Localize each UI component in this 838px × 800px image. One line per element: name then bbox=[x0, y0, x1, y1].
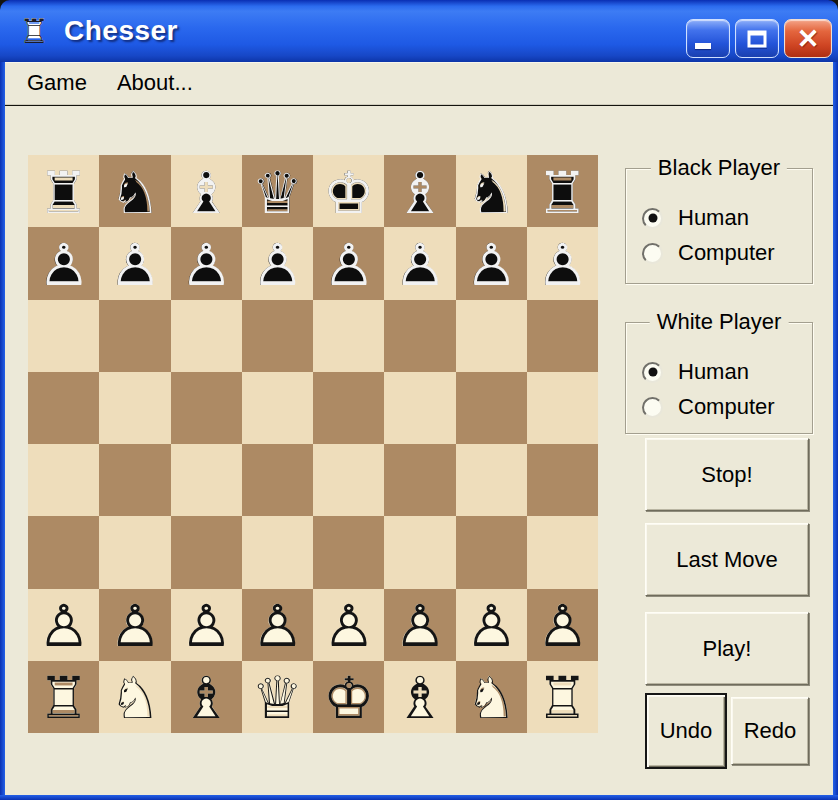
white-player-computer-radio[interactable]: Computer bbox=[642, 395, 775, 419]
square-h2[interactable]: ♟♙ bbox=[527, 589, 598, 661]
square-e5[interactable] bbox=[313, 372, 384, 444]
window-title: Chesser bbox=[64, 15, 178, 47]
square-a6[interactable] bbox=[28, 300, 99, 372]
square-f7[interactable]: ♟♙ bbox=[384, 227, 455, 299]
square-e8[interactable]: ♚♔ bbox=[313, 155, 384, 227]
square-h7[interactable]: ♟♙ bbox=[527, 227, 598, 299]
square-b1[interactable]: ♞♘ bbox=[99, 661, 170, 733]
white-pawn: ♟♙ bbox=[242, 589, 313, 661]
square-g4[interactable] bbox=[456, 444, 527, 516]
square-e6[interactable] bbox=[313, 300, 384, 372]
black-pawn: ♟♙ bbox=[99, 227, 170, 299]
white-player-computer-label: Computer bbox=[678, 394, 775, 420]
white-pawn: ♟♙ bbox=[527, 589, 598, 661]
window-border-left bbox=[0, 62, 5, 800]
black-pawn: ♟♙ bbox=[527, 227, 598, 299]
minimize-button[interactable] bbox=[686, 19, 730, 58]
white-player-group-title: White Player bbox=[650, 309, 789, 335]
close-icon: ✕ bbox=[785, 20, 831, 57]
square-d8[interactable]: ♛♕ bbox=[242, 155, 313, 227]
square-f2[interactable]: ♟♙ bbox=[384, 589, 455, 661]
black-bishop: ♝♗ bbox=[384, 155, 455, 227]
square-b8[interactable]: ♞♘ bbox=[99, 155, 170, 227]
radio-icon bbox=[642, 208, 663, 229]
square-g2[interactable]: ♟♙ bbox=[456, 589, 527, 661]
black-knight: ♞♘ bbox=[456, 155, 527, 227]
square-g5[interactable] bbox=[456, 372, 527, 444]
white-player-group: White Player Human Computer bbox=[625, 322, 813, 434]
black-pawn: ♟♙ bbox=[28, 227, 99, 299]
square-f3[interactable] bbox=[384, 516, 455, 588]
square-c6[interactable] bbox=[171, 300, 242, 372]
square-d5[interactable] bbox=[242, 372, 313, 444]
square-c1[interactable]: ♝♗ bbox=[171, 661, 242, 733]
square-g8[interactable]: ♞♘ bbox=[456, 155, 527, 227]
square-a5[interactable] bbox=[28, 372, 99, 444]
white-bishop: ♝♗ bbox=[171, 661, 242, 733]
white-player-human-label: Human bbox=[678, 359, 749, 385]
square-d2[interactable]: ♟♙ bbox=[242, 589, 313, 661]
white-pawn: ♟♙ bbox=[384, 589, 455, 661]
stop-button[interactable]: Stop! bbox=[645, 438, 809, 511]
white-pawn: ♟♙ bbox=[99, 589, 170, 661]
square-b2[interactable]: ♟♙ bbox=[99, 589, 170, 661]
black-rook: ♜♖ bbox=[527, 155, 598, 227]
window-border-bottom bbox=[0, 795, 838, 800]
square-b4[interactable] bbox=[99, 444, 170, 516]
black-player-computer-label: Computer bbox=[678, 240, 775, 266]
square-c2[interactable]: ♟♙ bbox=[171, 589, 242, 661]
square-a7[interactable]: ♟♙ bbox=[28, 227, 99, 299]
white-pawn: ♟♙ bbox=[456, 589, 527, 661]
chess-board: ♜♖♞♘♝♗♛♕♚♔♝♗♞♘♜♖♟♙♟♙♟♙♟♙♟♙♟♙♟♙♟♙♟♙♟♙♟♙♟♙… bbox=[28, 155, 598, 733]
black-knight: ♞♘ bbox=[99, 155, 170, 227]
radio-icon bbox=[642, 397, 663, 418]
window-controls: ✕ bbox=[686, 19, 832, 58]
square-h5[interactable] bbox=[527, 372, 598, 444]
square-c4[interactable] bbox=[171, 444, 242, 516]
square-e4[interactable] bbox=[313, 444, 384, 516]
square-f5[interactable] bbox=[384, 372, 455, 444]
square-h8[interactable]: ♜♖ bbox=[527, 155, 598, 227]
square-f1[interactable]: ♝♗ bbox=[384, 661, 455, 733]
square-a4[interactable] bbox=[28, 444, 99, 516]
square-d4[interactable] bbox=[242, 444, 313, 516]
client-area: ♜♖♞♘♝♗♛♕♚♔♝♗♞♘♜♖♟♙♟♙♟♙♟♙♟♙♟♙♟♙♟♙♟♙♟♙♟♙♟♙… bbox=[5, 106, 833, 795]
minimize-icon bbox=[695, 43, 711, 49]
maximize-button[interactable] bbox=[735, 19, 779, 58]
black-player-human-label: Human bbox=[678, 205, 749, 231]
square-e2[interactable]: ♟♙ bbox=[313, 589, 384, 661]
square-g7[interactable]: ♟♙ bbox=[456, 227, 527, 299]
white-pawn: ♟♙ bbox=[28, 589, 99, 661]
square-g1[interactable]: ♞♘ bbox=[456, 661, 527, 733]
white-player-human-radio[interactable]: Human bbox=[642, 360, 749, 384]
white-rook: ♜♖ bbox=[28, 661, 99, 733]
square-c5[interactable] bbox=[171, 372, 242, 444]
square-b7[interactable]: ♟♙ bbox=[99, 227, 170, 299]
white-knight: ♞♘ bbox=[456, 661, 527, 733]
square-d1[interactable]: ♛♕ bbox=[242, 661, 313, 733]
white-pawn: ♟♙ bbox=[171, 589, 242, 661]
black-pawn: ♟♙ bbox=[242, 227, 313, 299]
title-bar: ♜ ♖ Chesser ✕ bbox=[0, 0, 838, 62]
close-button[interactable]: ✕ bbox=[784, 19, 832, 58]
square-h1[interactable]: ♜♖ bbox=[527, 661, 598, 733]
square-g6[interactable] bbox=[456, 300, 527, 372]
square-d7[interactable]: ♟♙ bbox=[242, 227, 313, 299]
white-queen: ♛♕ bbox=[242, 661, 313, 733]
square-c8[interactable]: ♝♗ bbox=[171, 155, 242, 227]
square-c3[interactable] bbox=[171, 516, 242, 588]
black-player-group: Black Player Human Computer bbox=[625, 168, 813, 284]
black-player-human-radio[interactable]: Human bbox=[642, 206, 749, 230]
black-pawn: ♟♙ bbox=[313, 227, 384, 299]
square-b5[interactable] bbox=[99, 372, 170, 444]
last-move-button[interactable]: Last Move bbox=[645, 523, 809, 596]
white-king: ♚♔ bbox=[313, 661, 384, 733]
square-a2[interactable]: ♟♙ bbox=[28, 589, 99, 661]
black-player-group-title: Black Player bbox=[651, 155, 787, 181]
menu-bar: Game About... bbox=[5, 62, 833, 105]
radio-icon bbox=[642, 362, 663, 383]
square-b3[interactable] bbox=[99, 516, 170, 588]
square-h4[interactable] bbox=[527, 444, 598, 516]
square-d3[interactable] bbox=[242, 516, 313, 588]
black-king: ♚♔ bbox=[313, 155, 384, 227]
square-b6[interactable] bbox=[99, 300, 170, 372]
square-e1[interactable]: ♚♔ bbox=[313, 661, 384, 733]
black-bishop: ♝♗ bbox=[171, 155, 242, 227]
square-a1[interactable]: ♜♖ bbox=[28, 661, 99, 733]
square-a8[interactable]: ♜♖ bbox=[28, 155, 99, 227]
window-border-right bbox=[833, 62, 838, 800]
undo-button[interactable]: Undo bbox=[645, 693, 727, 769]
app-icon-rook: ♜ ♖ bbox=[16, 12, 52, 50]
square-f8[interactable]: ♝♗ bbox=[384, 155, 455, 227]
play-button[interactable]: Play! bbox=[645, 612, 809, 685]
square-f6[interactable] bbox=[384, 300, 455, 372]
white-rook: ♜♖ bbox=[527, 661, 598, 733]
menu-about[interactable]: About... bbox=[105, 67, 205, 99]
maximize-icon bbox=[748, 30, 767, 47]
black-pawn: ♟♙ bbox=[384, 227, 455, 299]
redo-button[interactable]: Redo bbox=[731, 697, 809, 765]
square-e7[interactable]: ♟♙ bbox=[313, 227, 384, 299]
white-bishop: ♝♗ bbox=[384, 661, 455, 733]
white-knight: ♞♘ bbox=[99, 661, 170, 733]
black-queen: ♛♕ bbox=[242, 155, 313, 227]
black-player-computer-radio[interactable]: Computer bbox=[642, 241, 775, 265]
black-pawn: ♟♙ bbox=[456, 227, 527, 299]
square-h3[interactable] bbox=[527, 516, 598, 588]
menu-game[interactable]: Game bbox=[15, 67, 99, 99]
square-g3[interactable] bbox=[456, 516, 527, 588]
black-rook: ♜♖ bbox=[28, 155, 99, 227]
square-d6[interactable] bbox=[242, 300, 313, 372]
square-h6[interactable] bbox=[527, 300, 598, 372]
black-pawn: ♟♙ bbox=[171, 227, 242, 299]
square-a3[interactable] bbox=[28, 516, 99, 588]
square-c7[interactable]: ♟♙ bbox=[171, 227, 242, 299]
square-f4[interactable] bbox=[384, 444, 455, 516]
radio-icon bbox=[642, 243, 663, 264]
white-pawn: ♟♙ bbox=[313, 589, 384, 661]
square-e3[interactable] bbox=[313, 516, 384, 588]
